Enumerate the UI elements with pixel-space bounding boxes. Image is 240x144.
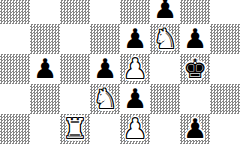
square-d7[interactable] [90,0,120,24]
square-g4[interactable] [180,84,210,114]
square-g6[interactable]: ♟ [180,24,210,54]
square-c3[interactable]: ♜ [60,114,90,144]
square-b6[interactable] [30,24,60,54]
square-h7[interactable] [210,0,240,24]
black-pawn-icon: ♟ [150,0,180,24]
chessboard: ♟♟♞♟♟♟♟♚♞♟♜♟♟ [0,0,240,144]
square-a5[interactable] [0,54,30,84]
square-g5[interactable]: ♚ [180,54,210,84]
white-rook-icon: ♜ [60,114,90,144]
square-f7[interactable]: ♟ [150,0,180,24]
square-d6[interactable] [90,24,120,54]
square-f3[interactable] [150,114,180,144]
square-c7[interactable] [60,0,90,24]
white-pawn-icon: ♟ [120,114,150,144]
square-f4[interactable] [150,84,180,114]
square-b3[interactable] [30,114,60,144]
square-a7[interactable] [0,0,30,24]
square-e5[interactable]: ♟ [120,54,150,84]
square-h4[interactable] [210,84,240,114]
black-pawn-icon: ♟ [120,24,150,54]
square-c6[interactable] [60,24,90,54]
square-c5[interactable] [60,54,90,84]
square-e6[interactable]: ♟ [120,24,150,54]
black-pawn-icon: ♟ [30,54,60,84]
chess-diagram: ♟♟♞♟♟♟♟♚♞♟♜♟♟ [0,0,240,144]
square-e7[interactable] [120,0,150,24]
square-f5[interactable] [150,54,180,84]
square-h3[interactable] [210,114,240,144]
square-d3[interactable] [90,114,120,144]
square-d4[interactable]: ♞ [90,84,120,114]
square-g3[interactable]: ♟ [180,114,210,144]
square-h6[interactable] [210,24,240,54]
square-a6[interactable] [0,24,30,54]
square-c4[interactable] [60,84,90,114]
black-pawn-icon: ♟ [90,54,120,84]
square-e3[interactable]: ♟ [120,114,150,144]
white-knight-icon: ♞ [90,84,120,114]
square-a4[interactable] [0,84,30,114]
white-knight-icon: ♞ [150,24,180,54]
white-pawn-icon: ♟ [120,54,150,84]
black-pawn-icon: ♟ [180,114,210,144]
black-king-icon: ♚ [180,54,210,84]
black-pawn-icon: ♟ [180,24,210,54]
square-h5[interactable] [210,54,240,84]
square-b5[interactable]: ♟ [30,54,60,84]
square-a3[interactable] [0,114,30,144]
square-d5[interactable]: ♟ [90,54,120,84]
square-b4[interactable] [30,84,60,114]
square-e4[interactable]: ♟ [120,84,150,114]
square-f6[interactable]: ♞ [150,24,180,54]
square-b7[interactable] [30,0,60,24]
black-pawn-icon: ♟ [120,84,150,114]
square-g7[interactable] [180,0,210,24]
